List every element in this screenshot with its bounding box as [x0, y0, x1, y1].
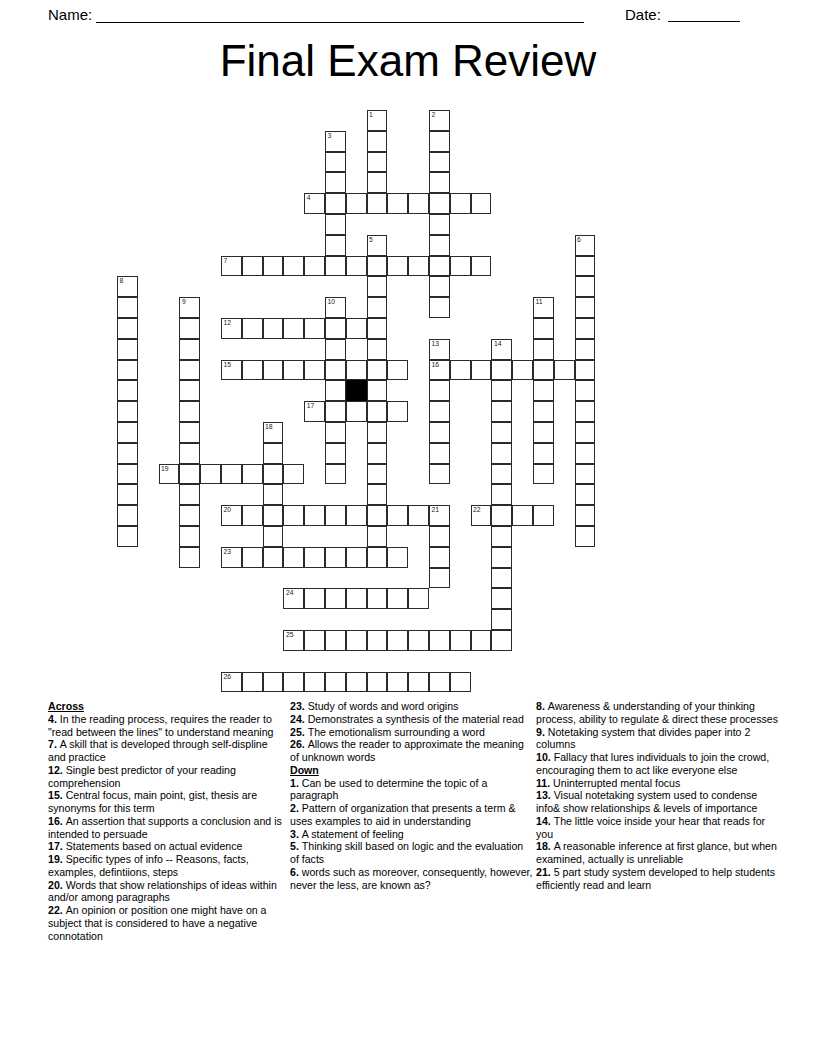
- clue-number: 12: [224, 319, 232, 326]
- grid-cell[interactable]: [117, 505, 138, 526]
- clue-number: 26: [224, 673, 232, 680]
- clue-number: 13: [432, 340, 440, 347]
- grid-cell[interactable]: 26: [221, 672, 242, 693]
- grid-cell[interactable]: [408, 256, 429, 277]
- grid-cell[interactable]: [387, 256, 408, 277]
- grid-cell[interactable]: [367, 318, 388, 339]
- grid-cell[interactable]: [429, 443, 450, 464]
- across-clue-23: 23. Study of words and word origins: [290, 700, 533, 713]
- page-title: Final Exam Review: [0, 36, 816, 86]
- grid-cell[interactable]: [117, 339, 138, 360]
- grid-cell[interactable]: [429, 630, 450, 651]
- grid-cell[interactable]: 9: [179, 297, 200, 318]
- grid-cell[interactable]: [346, 672, 367, 693]
- grid-cell[interactable]: [387, 672, 408, 693]
- clue-number: 8: [120, 277, 124, 284]
- grid-cell[interactable]: [367, 526, 388, 547]
- grid-cell[interactable]: 15: [221, 360, 242, 381]
- grid-cell[interactable]: [346, 505, 367, 526]
- grid-cell[interactable]: [512, 360, 533, 381]
- grid-cell[interactable]: [117, 464, 138, 485]
- grid-cell[interactable]: [263, 443, 284, 464]
- clue-number: 18: [265, 423, 273, 430]
- grid-cell[interactable]: [554, 360, 575, 381]
- clue-number: 17: [307, 402, 315, 409]
- across-clue-24: 24. Demonstrates a synthesis of the mate…: [290, 713, 533, 726]
- grid-cell[interactable]: [367, 505, 388, 526]
- grid-cell[interactable]: 18: [263, 422, 284, 443]
- grid-cell[interactable]: [491, 588, 512, 609]
- grid-cell[interactable]: [367, 193, 388, 214]
- grid-cell[interactable]: [367, 547, 388, 568]
- grid-cell[interactable]: [491, 609, 512, 630]
- grid-cell[interactable]: [117, 443, 138, 464]
- grid-cell[interactable]: [325, 443, 346, 464]
- grid-cell[interactable]: [387, 360, 408, 381]
- grid-cell[interactable]: [367, 672, 388, 693]
- name-label: Name:: [48, 6, 92, 23]
- grid-cell[interactable]: [429, 547, 450, 568]
- grid-cell[interactable]: [575, 484, 596, 505]
- grid-cell[interactable]: [491, 401, 512, 422]
- across-clue-16: 16. An assertion that supports a conclus…: [48, 815, 288, 841]
- name-date-row: Name: Date:: [48, 6, 768, 23]
- grid-cell[interactable]: [408, 672, 429, 693]
- down-clue-14: 14. The little voice inside your hear th…: [536, 815, 784, 841]
- grid-cell[interactable]: [512, 505, 533, 526]
- across-clue-25: 25. The emotionalism surrounding a word: [290, 726, 533, 739]
- grid-cell[interactable]: [575, 422, 596, 443]
- grid-cell[interactable]: [491, 443, 512, 464]
- grid-cell[interactable]: [200, 464, 221, 485]
- grid-cell[interactable]: [575, 297, 596, 318]
- grid-cell[interactable]: [429, 568, 450, 589]
- clue-number: 2: [432, 111, 436, 118]
- grid-cell[interactable]: [575, 256, 596, 277]
- grid-cell[interactable]: [575, 360, 596, 381]
- grid-cell[interactable]: [325, 172, 346, 193]
- grid-cell[interactable]: [117, 297, 138, 318]
- grid-cell[interactable]: [387, 401, 408, 422]
- grid-cell[interactable]: 13: [429, 339, 450, 360]
- grid-cell[interactable]: [304, 588, 325, 609]
- grid-cell[interactable]: 21: [429, 505, 450, 526]
- grid-cell[interactable]: [242, 318, 263, 339]
- grid-cell[interactable]: 7: [221, 256, 242, 277]
- grid-cell[interactable]: 16: [429, 360, 450, 381]
- grid-cell[interactable]: [283, 256, 304, 277]
- down-clue-6: 6. words such as moreover, consequently,…: [290, 866, 533, 892]
- grid-cell[interactable]: [179, 360, 200, 381]
- clue-column: 8. Awareness & understanding of your thi…: [536, 700, 784, 891]
- grid-cell[interactable]: [450, 630, 471, 651]
- grid-cell[interactable]: [117, 380, 138, 401]
- grid-cell[interactable]: 2: [429, 110, 450, 131]
- across-clue-7: 7. A skill that is developed through sel…: [48, 738, 288, 764]
- clue-number: 11: [536, 298, 543, 305]
- grid-cell[interactable]: [179, 505, 200, 526]
- worksheet-page: { "header": { "name_label": "Name:", "da…: [0, 0, 816, 1056]
- grid-cell[interactable]: [533, 360, 554, 381]
- clue-number: 16: [432, 361, 440, 368]
- grid-cell[interactable]: [367, 276, 388, 297]
- grid-cell[interactable]: 3: [325, 131, 346, 152]
- grid-cell[interactable]: [533, 380, 554, 401]
- across-header: Across: [48, 700, 288, 713]
- grid-cell[interactable]: [429, 235, 450, 256]
- clue-number: 23: [224, 548, 232, 555]
- grid-cell[interactable]: [387, 630, 408, 651]
- grid-cell[interactable]: [304, 672, 325, 693]
- grid-cell[interactable]: [429, 526, 450, 547]
- down-header: Down: [290, 764, 533, 777]
- grid-cell[interactable]: [325, 339, 346, 360]
- clue-number: 25: [286, 631, 294, 638]
- clue-number: 10: [328, 298, 336, 305]
- grid-cell[interactable]: [325, 152, 346, 173]
- grid-cell[interactable]: 25: [283, 630, 304, 651]
- grid-cell[interactable]: [429, 276, 450, 297]
- grid-cell[interactable]: [575, 276, 596, 297]
- grid-cell[interactable]: [304, 318, 325, 339]
- grid-cell[interactable]: [575, 401, 596, 422]
- across-clue-22: 22. An opinion or position one might hav…: [48, 904, 288, 942]
- clue-number: 6: [577, 236, 581, 243]
- grid-cell[interactable]: [367, 588, 388, 609]
- grid-cell[interactable]: [304, 360, 325, 381]
- grid-cell[interactable]: [533, 318, 554, 339]
- grid-cell[interactable]: [575, 339, 596, 360]
- grid-cell[interactable]: [325, 464, 346, 485]
- grid-cell[interactable]: [263, 526, 284, 547]
- date-blank-line[interactable]: [668, 6, 740, 22]
- grid-cell[interactable]: [283, 672, 304, 693]
- grid-cell[interactable]: [221, 464, 242, 485]
- grid-cell[interactable]: [367, 152, 388, 173]
- grid-cell[interactable]: [179, 484, 200, 505]
- grid-cell[interactable]: [263, 484, 284, 505]
- grid-cell[interactable]: [471, 630, 492, 651]
- grid-cell[interactable]: [367, 401, 388, 422]
- down-clue-8: 8. Awareness & understanding of your thi…: [536, 700, 784, 726]
- grid-cell[interactable]: [575, 464, 596, 485]
- grid-cell[interactable]: [450, 256, 471, 277]
- clue-number: 14: [494, 340, 502, 347]
- grid-cell[interactable]: [408, 505, 429, 526]
- grid-cell[interactable]: [367, 360, 388, 381]
- grid-cell[interactable]: [367, 484, 388, 505]
- grid-cell[interactable]: [471, 193, 492, 214]
- across-clue-4: 4. In the reading process, requires the …: [48, 713, 288, 739]
- grid-cell[interactable]: 1: [367, 110, 388, 131]
- grid-cell[interactable]: [117, 526, 138, 547]
- grid-cell[interactable]: [367, 172, 388, 193]
- grid-cell[interactable]: [387, 547, 408, 568]
- grid-cell[interactable]: [304, 256, 325, 277]
- grid-cell[interactable]: [471, 360, 492, 381]
- grid-cell[interactable]: [387, 588, 408, 609]
- clue-number: 3: [328, 132, 332, 139]
- grid-cell[interactable]: [429, 464, 450, 485]
- down-clue-9: 9. Notetaking system that divides paper …: [536, 726, 784, 752]
- grid-cell[interactable]: [325, 193, 346, 214]
- across-clue-17: 17. Statements based on actual evidence: [48, 840, 288, 853]
- grid-cell[interactable]: [117, 401, 138, 422]
- grid-cell[interactable]: [263, 672, 284, 693]
- grid-cell[interactable]: [387, 193, 408, 214]
- grid-cell[interactable]: [491, 380, 512, 401]
- clue-column: Across4. In the reading process, require…: [48, 700, 288, 942]
- grid-cell[interactable]: [367, 131, 388, 152]
- grid-cell[interactable]: [429, 172, 450, 193]
- grid-cell[interactable]: [491, 568, 512, 589]
- grid-cell[interactable]: 4: [304, 193, 325, 214]
- grid-cell[interactable]: 5: [367, 235, 388, 256]
- grid-cell[interactable]: [367, 339, 388, 360]
- down-clue-13: 13. Visual notetaking system used to con…: [536, 789, 784, 815]
- grid-cell[interactable]: [179, 464, 200, 485]
- grid-cell[interactable]: [450, 672, 471, 693]
- down-clue-2: 2. Pattern of organization that presents…: [290, 802, 533, 828]
- clue-number: 21: [432, 506, 440, 513]
- grid-cell[interactable]: 10: [325, 297, 346, 318]
- grid-cell[interactable]: [242, 360, 263, 381]
- grid-cell[interactable]: [283, 547, 304, 568]
- grid-cell[interactable]: [179, 318, 200, 339]
- grid-cell[interactable]: [491, 422, 512, 443]
- grid-cell[interactable]: [325, 235, 346, 256]
- grid-cell[interactable]: [491, 360, 512, 381]
- across-clue-26: 26. Allows the reader to approximate the…: [290, 738, 533, 764]
- grid-cell[interactable]: [179, 547, 200, 568]
- clue-number: 9: [182, 298, 186, 305]
- grid-cell[interactable]: [263, 318, 284, 339]
- grid-cell[interactable]: [491, 464, 512, 485]
- grid-cell[interactable]: [263, 360, 284, 381]
- grid-cell[interactable]: [429, 152, 450, 173]
- grid-cell[interactable]: 14: [491, 339, 512, 360]
- grid-cell[interactable]: [325, 630, 346, 651]
- grid-cell[interactable]: [346, 318, 367, 339]
- grid-cell[interactable]: [367, 464, 388, 485]
- grid-cell[interactable]: [367, 422, 388, 443]
- grid-cell[interactable]: [325, 547, 346, 568]
- grid-cell[interactable]: 19: [159, 464, 180, 485]
- grid-cell[interactable]: [450, 360, 471, 381]
- grid-cell[interactable]: [179, 443, 200, 464]
- down-clue-10: 10. Fallacy that lures individuals to jo…: [536, 751, 784, 777]
- clue-number: 24: [286, 589, 294, 596]
- grid-cell[interactable]: [117, 484, 138, 505]
- grid-cell[interactable]: [533, 401, 554, 422]
- grid-cell[interactable]: [471, 256, 492, 277]
- grid-cell[interactable]: [179, 401, 200, 422]
- grid-cell[interactable]: [325, 380, 346, 401]
- crossword-grid: 1234567891011121314151617181920212223242…: [117, 110, 596, 693]
- grid-cell[interactable]: [367, 380, 388, 401]
- grid-cell[interactable]: [242, 464, 263, 485]
- grid-cell[interactable]: [263, 464, 284, 485]
- clue-number: 1: [369, 111, 373, 118]
- grid-cell[interactable]: 20: [221, 505, 242, 526]
- grid-cell[interactable]: [283, 318, 304, 339]
- grid-cell[interactable]: 6: [575, 235, 596, 256]
- grid-cell[interactable]: [242, 547, 263, 568]
- grid-cell[interactable]: [346, 256, 367, 277]
- grid-cell[interactable]: [533, 443, 554, 464]
- across-clue-20: 20. Words that show relationships of ide…: [48, 879, 288, 905]
- grid-cell[interactable]: [533, 505, 554, 526]
- grid-cell[interactable]: [429, 131, 450, 152]
- grid-cell[interactable]: [491, 505, 512, 526]
- grid-cell[interactable]: 23: [221, 547, 242, 568]
- grid-cell[interactable]: [325, 214, 346, 235]
- grid-cell[interactable]: [367, 297, 388, 318]
- down-clue-11: 11. Uninterrupted mental focus: [536, 777, 784, 790]
- grid-cell[interactable]: [367, 256, 388, 277]
- grid-cell[interactable]: [304, 630, 325, 651]
- grid-cell[interactable]: [408, 193, 429, 214]
- grid-cell[interactable]: [533, 422, 554, 443]
- grid-cell[interactable]: [346, 588, 367, 609]
- grid-cell[interactable]: [575, 505, 596, 526]
- grid-cell[interactable]: 12: [221, 318, 242, 339]
- grid-cell[interactable]: [429, 380, 450, 401]
- grid-cell[interactable]: [242, 505, 263, 526]
- grid-cell[interactable]: [283, 464, 304, 485]
- grid-cell[interactable]: [408, 588, 429, 609]
- grid-cell[interactable]: [283, 360, 304, 381]
- clue-number: 22: [473, 506, 481, 513]
- grid-cell[interactable]: [429, 256, 450, 277]
- grid-cell[interactable]: [304, 505, 325, 526]
- down-clue-1: 1. Can be used to determine the topic of…: [290, 777, 533, 803]
- name-blank-line[interactable]: [96, 7, 584, 23]
- clue-number: 7: [224, 257, 228, 264]
- grid-cell[interactable]: [263, 547, 284, 568]
- grid-cell[interactable]: [429, 214, 450, 235]
- grid-cell[interactable]: [429, 401, 450, 422]
- grid-cell[interactable]: [367, 630, 388, 651]
- grid-cell[interactable]: 8: [117, 276, 138, 297]
- clue-number: 20: [224, 506, 232, 513]
- grid-cell[interactable]: [429, 422, 450, 443]
- clue-column: 23. Study of words and word origins24. D…: [290, 700, 533, 891]
- clue-number: 4: [307, 194, 311, 201]
- grid-cell[interactable]: [491, 547, 512, 568]
- grid-cell[interactable]: [533, 464, 554, 485]
- grid-cell[interactable]: [346, 360, 367, 381]
- grid-cell[interactable]: [179, 339, 200, 360]
- clue-number: 19: [161, 465, 169, 472]
- grid-cell[interactable]: [325, 672, 346, 693]
- grid-cell[interactable]: [387, 505, 408, 526]
- grid-cell[interactable]: [491, 630, 512, 651]
- clue-number: 15: [224, 361, 232, 368]
- across-clue-19: 19. Specific types of info -- Reasons, f…: [48, 853, 288, 879]
- grid-cell[interactable]: [325, 505, 346, 526]
- down-clue-3: 3. A statement of feeling: [290, 828, 533, 841]
- grid-cell[interactable]: [533, 339, 554, 360]
- grid-cell[interactable]: 22: [471, 505, 492, 526]
- grid-cell[interactable]: [117, 422, 138, 443]
- grid-cell[interactable]: [117, 360, 138, 381]
- clue-number: 5: [369, 236, 373, 243]
- grid-cell[interactable]: 24: [283, 588, 304, 609]
- grid-cell[interactable]: [242, 256, 263, 277]
- grid-cell[interactable]: [575, 318, 596, 339]
- grid-cell[interactable]: [304, 547, 325, 568]
- black-cell: [346, 380, 367, 401]
- grid-cell[interactable]: [346, 630, 367, 651]
- grid-cell[interactable]: [450, 193, 471, 214]
- grid-cell[interactable]: [179, 380, 200, 401]
- grid-cell[interactable]: [575, 380, 596, 401]
- across-clue-12: 12. Single best predictor of your readin…: [48, 764, 288, 790]
- grid-cell[interactable]: [346, 401, 367, 422]
- down-clue-21: 21. 5 part study system developed to hel…: [536, 866, 784, 892]
- grid-cell[interactable]: [179, 526, 200, 547]
- grid-cell[interactable]: [325, 318, 346, 339]
- grid-cell[interactable]: [325, 360, 346, 381]
- grid-cell[interactable]: [491, 526, 512, 547]
- date-label: Date:: [625, 6, 661, 23]
- across-clue-15: 15. Central focus, main point, gist, the…: [48, 789, 288, 815]
- grid-cell[interactable]: [117, 318, 138, 339]
- grid-cell[interactable]: [179, 422, 200, 443]
- grid-cell[interactable]: [325, 422, 346, 443]
- grid-cell[interactable]: [325, 401, 346, 422]
- grid-cell[interactable]: [283, 505, 304, 526]
- grid-cell[interactable]: [429, 672, 450, 693]
- grid-cell[interactable]: [491, 484, 512, 505]
- grid-cell[interactable]: [429, 297, 450, 318]
- grid-cell[interactable]: 17: [304, 401, 325, 422]
- down-clue-5: 5. Thinking skill based on logic and the…: [290, 840, 533, 866]
- grid-cell[interactable]: [367, 443, 388, 464]
- grid-cell[interactable]: [346, 193, 367, 214]
- down-clue-18: 18. A reasonable inference at first glan…: [536, 840, 784, 866]
- grid-cell[interactable]: [325, 256, 346, 277]
- grid-cell[interactable]: [575, 443, 596, 464]
- grid-cell[interactable]: [346, 547, 367, 568]
- grid-cell[interactable]: 11: [533, 297, 554, 318]
- grid-cell[interactable]: [575, 526, 596, 547]
- grid-cell[interactable]: [263, 256, 284, 277]
- grid-cell[interactable]: [242, 672, 263, 693]
- grid-cell[interactable]: [429, 193, 450, 214]
- grid-cell[interactable]: [263, 505, 284, 526]
- grid-cell[interactable]: [325, 588, 346, 609]
- grid-cell[interactable]: [408, 630, 429, 651]
